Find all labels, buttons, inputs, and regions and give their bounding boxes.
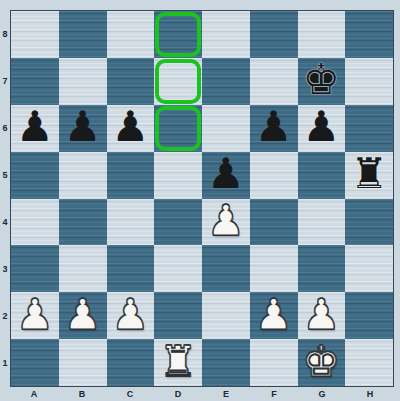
square-g7[interactable]: ♚ bbox=[298, 58, 346, 105]
piece-black-pawn-f6[interactable]: ♟ bbox=[255, 106, 293, 148]
square-e4[interactable]: ♟ bbox=[202, 199, 250, 246]
square-c4[interactable] bbox=[107, 199, 155, 246]
rank-label-8: 8 bbox=[0, 10, 10, 57]
file-label-g: G bbox=[298, 387, 346, 401]
square-e8[interactable] bbox=[202, 11, 250, 58]
square-d5[interactable] bbox=[154, 152, 202, 199]
square-b1[interactable] bbox=[59, 339, 107, 386]
piece-white-pawn-c2[interactable]: ♟ bbox=[112, 294, 150, 336]
square-a8[interactable] bbox=[11, 11, 59, 58]
square-g4[interactable] bbox=[298, 199, 346, 246]
file-label-a: A bbox=[10, 387, 58, 401]
square-c8[interactable] bbox=[107, 11, 155, 58]
piece-black-pawn-b6[interactable]: ♟ bbox=[64, 106, 102, 148]
square-h7[interactable] bbox=[345, 58, 393, 105]
square-h4[interactable] bbox=[345, 199, 393, 246]
piece-white-king-g1[interactable]: ♚ bbox=[303, 341, 341, 383]
square-g5[interactable] bbox=[298, 152, 346, 199]
piece-black-pawn-g6[interactable]: ♟ bbox=[303, 106, 341, 148]
move-highlight-d8 bbox=[155, 12, 201, 57]
rank-label-3: 3 bbox=[0, 246, 10, 293]
square-f5[interactable] bbox=[250, 152, 298, 199]
move-highlight-d6 bbox=[155, 106, 201, 151]
square-f2[interactable]: ♟ bbox=[250, 292, 298, 339]
square-c3[interactable] bbox=[107, 245, 155, 292]
square-f7[interactable] bbox=[250, 58, 298, 105]
square-e6[interactable] bbox=[202, 105, 250, 152]
square-b5[interactable] bbox=[59, 152, 107, 199]
file-label-e: E bbox=[202, 387, 250, 401]
square-h8[interactable] bbox=[345, 11, 393, 58]
move-highlight-d7 bbox=[155, 59, 201, 104]
square-c5[interactable] bbox=[107, 152, 155, 199]
square-a1[interactable] bbox=[11, 339, 59, 386]
square-c6[interactable]: ♟ bbox=[107, 105, 155, 152]
square-d4[interactable] bbox=[154, 199, 202, 246]
piece-black-pawn-c6[interactable]: ♟ bbox=[112, 106, 150, 148]
square-b4[interactable] bbox=[59, 199, 107, 246]
square-b2[interactable]: ♟ bbox=[59, 292, 107, 339]
square-d8[interactable] bbox=[154, 11, 202, 58]
square-e5[interactable]: ♟ bbox=[202, 152, 250, 199]
square-a7[interactable] bbox=[11, 58, 59, 105]
file-label-d: D bbox=[154, 387, 202, 401]
square-b8[interactable] bbox=[59, 11, 107, 58]
square-e1[interactable] bbox=[202, 339, 250, 386]
rank-label-5: 5 bbox=[0, 151, 10, 198]
square-g6[interactable]: ♟ bbox=[298, 105, 346, 152]
square-g1[interactable]: ♚ bbox=[298, 339, 346, 386]
chess-board: ♚♟♟♟♟♟♟♜♟♟♟♟♟♟♜♚ bbox=[10, 10, 394, 387]
square-f6[interactable]: ♟ bbox=[250, 105, 298, 152]
square-b7[interactable] bbox=[59, 58, 107, 105]
square-e7[interactable] bbox=[202, 58, 250, 105]
square-b6[interactable]: ♟ bbox=[59, 105, 107, 152]
square-b3[interactable] bbox=[59, 245, 107, 292]
square-a4[interactable] bbox=[11, 199, 59, 246]
square-c7[interactable] bbox=[107, 58, 155, 105]
piece-white-pawn-b2[interactable]: ♟ bbox=[64, 294, 102, 336]
file-label-c: C bbox=[106, 387, 154, 401]
piece-white-rook-d1[interactable]: ♜ bbox=[159, 341, 197, 383]
square-f8[interactable] bbox=[250, 11, 298, 58]
chess-app-window: 87654321 ♚♟♟♟♟♟♟♜♟♟♟♟♟♟♜♚ ABCDEFGH bbox=[0, 0, 400, 401]
square-d6[interactable] bbox=[154, 105, 202, 152]
piece-white-pawn-f2[interactable]: ♟ bbox=[255, 294, 293, 336]
square-a6[interactable]: ♟ bbox=[11, 105, 59, 152]
square-e3[interactable] bbox=[202, 245, 250, 292]
square-a3[interactable] bbox=[11, 245, 59, 292]
file-label-b: B bbox=[58, 387, 106, 401]
file-labels: ABCDEFGH bbox=[10, 387, 394, 401]
square-g8[interactable] bbox=[298, 11, 346, 58]
square-c2[interactable]: ♟ bbox=[107, 292, 155, 339]
piece-black-pawn-e5[interactable]: ♟ bbox=[207, 153, 245, 195]
square-c1[interactable] bbox=[107, 339, 155, 386]
piece-white-pawn-g2[interactable]: ♟ bbox=[303, 294, 341, 336]
square-a2[interactable]: ♟ bbox=[11, 292, 59, 339]
rank-label-6: 6 bbox=[0, 104, 10, 151]
rank-label-2: 2 bbox=[0, 293, 10, 340]
square-f4[interactable] bbox=[250, 199, 298, 246]
piece-white-pawn-a2[interactable]: ♟ bbox=[16, 294, 54, 336]
square-e2[interactable] bbox=[202, 292, 250, 339]
rank-label-4: 4 bbox=[0, 199, 10, 246]
file-label-f: F bbox=[250, 387, 298, 401]
square-h5[interactable]: ♜ bbox=[345, 152, 393, 199]
square-f1[interactable] bbox=[250, 339, 298, 386]
square-d1[interactable]: ♜ bbox=[154, 339, 202, 386]
square-h1[interactable] bbox=[345, 339, 393, 386]
square-d3[interactable] bbox=[154, 245, 202, 292]
square-f3[interactable] bbox=[250, 245, 298, 292]
piece-black-pawn-a6[interactable]: ♟ bbox=[16, 106, 54, 148]
square-h6[interactable] bbox=[345, 105, 393, 152]
piece-white-pawn-e4[interactable]: ♟ bbox=[207, 200, 245, 242]
square-g2[interactable]: ♟ bbox=[298, 292, 346, 339]
rank-labels: 87654321 bbox=[0, 10, 10, 387]
square-h2[interactable] bbox=[345, 292, 393, 339]
square-h3[interactable] bbox=[345, 245, 393, 292]
square-g3[interactable] bbox=[298, 245, 346, 292]
square-d7[interactable] bbox=[154, 58, 202, 105]
rank-label-1: 1 bbox=[0, 340, 10, 387]
file-label-h: H bbox=[346, 387, 394, 401]
piece-black-king-g7[interactable]: ♚ bbox=[303, 59, 341, 101]
piece-black-rook-h5[interactable]: ♜ bbox=[350, 153, 388, 195]
rank-label-7: 7 bbox=[0, 57, 10, 104]
square-a5[interactable] bbox=[11, 152, 59, 199]
square-d2[interactable] bbox=[154, 292, 202, 339]
